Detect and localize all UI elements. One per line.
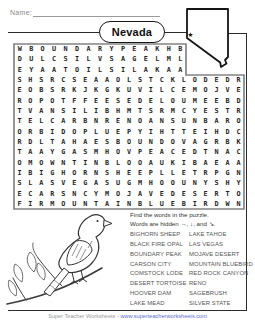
grid-cell[interactable]: E: [178, 168, 189, 178]
grid-cell[interactable]: N: [47, 106, 58, 116]
grid-cell[interactable]: C: [167, 147, 178, 157]
grid-cell[interactable]: A: [91, 75, 102, 85]
grid-cell[interactable]: T: [58, 96, 69, 106]
grid-cell[interactable]: L: [94, 65, 105, 75]
grid-cell[interactable]: M: [102, 188, 113, 198]
grid-cell[interactable]: L: [156, 168, 167, 178]
grid-cell[interactable]: D: [189, 147, 200, 157]
grid-cell[interactable]: P: [145, 168, 156, 178]
grid-cell[interactable]: H: [163, 44, 174, 54]
grid-cell[interactable]: V: [178, 137, 189, 147]
grid-cell[interactable]: R: [14, 137, 25, 147]
grid-cell[interactable]: B: [178, 199, 189, 209]
grid-cell[interactable]: K: [113, 85, 124, 95]
grid-cell[interactable]: E: [113, 116, 124, 126]
grid-cell[interactable]: C: [233, 127, 244, 137]
grid-cell[interactable]: T: [14, 147, 25, 157]
grid-cell[interactable]: L: [83, 54, 94, 64]
grid-cell[interactable]: H: [156, 127, 167, 137]
grid-cell[interactable]: U: [156, 199, 167, 209]
grid-cell[interactable]: K: [233, 137, 244, 147]
grid-cell[interactable]: N: [145, 137, 156, 147]
grid-cell[interactable]: A: [222, 147, 233, 157]
grid-cell[interactable]: E: [200, 96, 211, 106]
grid-cell[interactable]: G: [200, 137, 211, 147]
grid-cell[interactable]: Y: [25, 65, 36, 75]
grid-cell[interactable]: A: [163, 65, 174, 75]
grid-cell[interactable]: L: [25, 178, 36, 188]
name-input-line[interactable]: [33, 16, 160, 17]
grid-cell[interactable]: I: [189, 199, 200, 209]
grid-cell[interactable]: N: [189, 116, 200, 126]
grid-cell[interactable]: D: [222, 75, 233, 85]
grid-cell[interactable]: E: [156, 188, 167, 198]
grid-cell[interactable]: L: [37, 54, 48, 64]
grid-cell[interactable]: I: [83, 65, 94, 75]
grid-cell[interactable]: B: [222, 96, 233, 106]
grid-cell[interactable]: A: [69, 147, 80, 157]
grid-cell[interactable]: E: [91, 137, 102, 147]
grid-cell[interactable]: L: [152, 54, 163, 64]
grid-cell[interactable]: O: [156, 178, 167, 188]
grid-cell[interactable]: K: [167, 157, 178, 167]
grid-cell[interactable]: D: [14, 54, 25, 64]
grid-cell[interactable]: B: [113, 137, 124, 147]
grid-cell[interactable]: G: [129, 54, 140, 64]
grid-cell[interactable]: T: [69, 157, 80, 167]
grid-cell[interactable]: A: [36, 147, 47, 157]
word-search-grid-upper[interactable]: WBOUNDARYPEAKHBDULCSILVSAGELMLEYAATOILSI…: [14, 44, 186, 75]
grid-cell[interactable]: I: [69, 106, 80, 116]
grid-cell[interactable]: E: [233, 85, 244, 95]
grid-cell[interactable]: L: [113, 157, 124, 167]
grid-cell[interactable]: N: [91, 168, 102, 178]
grid-cell[interactable]: E: [167, 199, 178, 209]
grid-cell[interactable]: I: [145, 127, 156, 137]
grid-cell[interactable]: A: [140, 44, 151, 54]
grid-cell[interactable]: E: [124, 168, 135, 178]
grid-cell[interactable]: M: [189, 85, 200, 95]
grid-cell[interactable]: G: [58, 147, 69, 157]
grid-cell[interactable]: O: [200, 85, 211, 95]
grid-cell[interactable]: O: [134, 116, 145, 126]
grid-cell[interactable]: R: [233, 75, 244, 85]
word-search-grid-lower[interactable]: SHSRCSEAAOLSTCKLODEDREOBSRKJKGKUVILCEMOJ…: [14, 75, 244, 209]
grid-cell[interactable]: L: [156, 96, 167, 106]
grid-cell[interactable]: A: [211, 116, 222, 126]
grid-cell[interactable]: I: [80, 157, 91, 167]
grid-cell[interactable]: U: [102, 127, 113, 137]
grid-cell[interactable]: S: [14, 178, 25, 188]
grid-cell[interactable]: T: [14, 116, 25, 126]
grid-cell[interactable]: U: [25, 54, 36, 64]
grid-cell[interactable]: H: [25, 75, 36, 85]
grid-cell[interactable]: A: [80, 137, 91, 147]
grid-cell[interactable]: O: [189, 75, 200, 85]
grid-cell[interactable]: L: [36, 116, 47, 126]
grid-cell[interactable]: T: [222, 106, 233, 116]
grid-cell[interactable]: O: [167, 178, 178, 188]
grid-cell[interactable]: O: [233, 188, 244, 198]
grid-cell[interactable]: N: [233, 168, 244, 178]
grid-cell[interactable]: K: [152, 65, 163, 75]
grid-cell[interactable]: G: [47, 168, 58, 178]
grid-cell[interactable]: B: [80, 116, 91, 126]
grid-cell[interactable]: C: [80, 188, 91, 198]
grid-cell[interactable]: A: [48, 65, 59, 75]
grid-cell[interactable]: S: [58, 106, 69, 116]
grid-cell[interactable]: E: [113, 127, 124, 137]
grid-cell[interactable]: F: [80, 96, 91, 106]
grid-cell[interactable]: E: [134, 168, 145, 178]
grid-cell[interactable]: M: [25, 157, 36, 167]
grid-cell[interactable]: S: [102, 178, 113, 188]
grid-cell[interactable]: D: [233, 96, 244, 106]
grid-cell[interactable]: C: [233, 147, 244, 157]
grid-cell[interactable]: M: [167, 106, 178, 116]
grid-cell[interactable]: Y: [189, 106, 200, 116]
grid-cell[interactable]: N: [124, 116, 135, 126]
grid-cell[interactable]: M: [124, 106, 135, 116]
grid-cell[interactable]: K: [152, 44, 163, 54]
grid-cell[interactable]: B: [200, 116, 211, 126]
grid-cell[interactable]: E: [178, 188, 189, 198]
grid-cell[interactable]: R: [80, 168, 91, 178]
grid-cell[interactable]: J: [211, 85, 222, 95]
grid-cell[interactable]: C: [25, 188, 36, 198]
grid-cell[interactable]: A: [233, 157, 244, 167]
grid-cell[interactable]: D: [25, 137, 36, 147]
grid-cell[interactable]: H: [113, 168, 124, 178]
grid-cell[interactable]: B: [222, 137, 233, 147]
grid-cell[interactable]: S: [80, 147, 91, 157]
grid-cell[interactable]: H: [69, 137, 80, 147]
grid-cell[interactable]: N: [60, 44, 71, 54]
grid-cell[interactable]: P: [36, 96, 47, 106]
grid-cell[interactable]: A: [156, 147, 167, 157]
grid-cell[interactable]: H: [211, 127, 222, 137]
grid-cell[interactable]: E: [211, 75, 222, 85]
grid-cell[interactable]: R: [94, 44, 105, 54]
grid-cell[interactable]: S: [145, 106, 156, 116]
grid-cell[interactable]: L: [91, 127, 102, 137]
grid-cell[interactable]: H: [145, 178, 156, 188]
grid-cell[interactable]: M: [189, 96, 200, 106]
grid-cell[interactable]: P: [80, 127, 91, 137]
grid-cell[interactable]: Y: [233, 178, 244, 188]
grid-cell[interactable]: S: [106, 65, 117, 75]
grid-cell[interactable]: I: [178, 157, 189, 167]
grid-cell[interactable]: U: [113, 178, 124, 188]
grid-cell[interactable]: U: [48, 44, 59, 54]
grid-cell[interactable]: B: [25, 168, 36, 178]
grid-cell[interactable]: U: [124, 85, 135, 95]
grid-cell[interactable]: V: [222, 85, 233, 95]
grid-cell[interactable]: R: [47, 75, 58, 85]
grid-cell[interactable]: A: [58, 137, 69, 147]
grid-cell[interactable]: L: [167, 168, 178, 178]
grid-cell[interactable]: A: [58, 116, 69, 126]
grid-cell[interactable]: R: [69, 116, 80, 126]
grid-cell[interactable]: E: [211, 157, 222, 167]
grid-cell[interactable]: W: [222, 199, 233, 209]
grid-cell[interactable]: F: [69, 96, 80, 106]
grid-cell[interactable]: E: [211, 96, 222, 106]
grid-cell[interactable]: T: [178, 127, 189, 137]
grid-cell[interactable]: J: [80, 85, 91, 95]
grid-cell[interactable]: N: [233, 199, 244, 209]
grid-cell[interactable]: R: [14, 96, 25, 106]
grid-cell[interactable]: S: [106, 54, 117, 64]
grid-cell[interactable]: B: [25, 44, 36, 54]
grid-cell[interactable]: T: [14, 106, 25, 116]
grid-cell[interactable]: S: [47, 85, 58, 95]
grid-cell[interactable]: S: [102, 168, 113, 178]
grid-cell[interactable]: U: [134, 137, 145, 147]
grid-cell[interactable]: O: [14, 127, 25, 137]
grid-cell[interactable]: P: [124, 127, 135, 137]
grid-cell[interactable]: A: [91, 178, 102, 188]
grid-cell[interactable]: O: [47, 96, 58, 106]
grid-cell[interactable]: C: [58, 75, 69, 85]
grid-cell[interactable]: D: [156, 137, 167, 147]
grid-cell[interactable]: D: [200, 75, 211, 85]
grid-cell[interactable]: O: [113, 188, 124, 198]
grid-cell[interactable]: N: [91, 157, 102, 167]
grid-cell[interactable]: V: [145, 188, 156, 198]
grid-cell[interactable]: E: [124, 96, 135, 106]
grid-cell[interactable]: S: [47, 178, 58, 188]
grid-cell[interactable]: R: [233, 106, 244, 116]
grid-cell[interactable]: N: [156, 116, 167, 126]
grid-cell[interactable]: R: [102, 116, 113, 126]
grid-cell[interactable]: A: [189, 137, 200, 147]
grid-cell[interactable]: B: [36, 127, 47, 137]
grid-cell[interactable]: Y: [91, 188, 102, 198]
grid-cell[interactable]: A: [134, 188, 145, 198]
grid-cell[interactable]: O: [124, 137, 135, 147]
grid-cell[interactable]: S: [167, 116, 178, 126]
grid-cell[interactable]: E: [145, 147, 156, 157]
grid-cell[interactable]: E: [200, 106, 211, 116]
grid-cell[interactable]: A: [25, 147, 36, 157]
grid-cell[interactable]: R: [156, 106, 167, 116]
grid-cell[interactable]: H: [222, 178, 233, 188]
grid-cell[interactable]: E: [14, 188, 25, 198]
grid-cell[interactable]: A: [36, 106, 47, 116]
grid-cell[interactable]: I: [14, 168, 25, 178]
grid-cell[interactable]: A: [37, 65, 48, 75]
grid-cell[interactable]: Y: [200, 178, 211, 188]
grid-cell[interactable]: B: [102, 106, 113, 116]
grid-cell[interactable]: L: [80, 106, 91, 116]
grid-cell[interactable]: U: [178, 116, 189, 126]
grid-cell[interactable]: E: [14, 65, 25, 75]
grid-cell[interactable]: L: [129, 65, 140, 75]
grid-cell[interactable]: G: [124, 178, 135, 188]
grid-cell[interactable]: E: [129, 44, 140, 54]
grid-cell[interactable]: K: [91, 85, 102, 95]
grid-cell[interactable]: E: [140, 54, 151, 64]
grid-cell[interactable]: S: [60, 54, 71, 64]
grid-cell[interactable]: Y: [134, 127, 145, 137]
grid-cell[interactable]: O: [69, 127, 80, 137]
grid-cell[interactable]: E: [69, 178, 80, 188]
grid-cell[interactable]: E: [189, 127, 200, 137]
grid-cell[interactable]: O: [113, 75, 124, 85]
grid-cell[interactable]: A: [222, 157, 233, 167]
grid-cell[interactable]: A: [200, 157, 211, 167]
grid-cell[interactable]: I: [47, 127, 58, 137]
grid-cell[interactable]: V: [134, 85, 145, 95]
grid-cell[interactable]: A: [36, 188, 47, 198]
grid-cell[interactable]: O: [36, 157, 47, 167]
grid-cell[interactable]: O: [167, 96, 178, 106]
grid-cell[interactable]: L: [156, 85, 167, 95]
grid-cell[interactable]: L: [145, 199, 156, 209]
grid-cell[interactable]: C: [48, 54, 59, 64]
grid-cell[interactable]: J: [124, 188, 135, 198]
grid-cell[interactable]: M: [163, 54, 174, 64]
grid-cell[interactable]: E: [102, 96, 113, 106]
grid-cell[interactable]: I: [200, 127, 211, 137]
grid-cell[interactable]: C: [167, 85, 178, 95]
grid-cell[interactable]: B: [189, 157, 200, 167]
grid-cell[interactable]: I: [36, 168, 47, 178]
grid-cell[interactable]: H: [102, 147, 113, 157]
grid-cell[interactable]: C: [178, 106, 189, 116]
grid-cell[interactable]: Y: [106, 44, 117, 54]
grid-cell[interactable]: D: [71, 44, 82, 54]
grid-cell[interactable]: Y: [47, 147, 58, 157]
grid-cell[interactable]: K: [167, 75, 178, 85]
grid-cell[interactable]: D: [58, 127, 69, 137]
grid-cell[interactable]: S: [69, 75, 80, 85]
grid-cell[interactable]: R: [211, 188, 222, 198]
grid-cell[interactable]: W: [47, 157, 58, 167]
grid-cell[interactable]: T: [134, 106, 145, 116]
grid-cell[interactable]: I: [145, 85, 156, 95]
grid-cell[interactable]: M: [91, 147, 102, 157]
grid-cell[interactable]: O: [69, 168, 80, 178]
grid-cell[interactable]: O: [25, 85, 36, 95]
grid-cell[interactable]: K: [69, 85, 80, 95]
grid-cell[interactable]: D: [211, 199, 222, 209]
grid-cell[interactable]: L: [36, 137, 47, 147]
grid-cell[interactable]: S: [36, 75, 47, 85]
grid-cell[interactable]: E: [14, 85, 25, 95]
grid-cell[interactable]: N: [189, 178, 200, 188]
grid-cell[interactable]: E: [80, 75, 91, 85]
grid-cell[interactable]: E: [200, 188, 211, 198]
grid-cell[interactable]: S: [211, 106, 222, 116]
grid-cell[interactable]: O: [134, 157, 145, 167]
grid-cell[interactable]: O: [233, 116, 244, 126]
grid-cell[interactable]: E: [145, 96, 156, 106]
grid-cell[interactable]: A: [140, 65, 151, 75]
grid-cell[interactable]: R: [200, 199, 211, 209]
grid-cell[interactable]: W: [14, 44, 25, 54]
grid-cell[interactable]: E: [178, 147, 189, 157]
grid-cell[interactable]: E: [178, 85, 189, 95]
grid-cell[interactable]: E: [25, 116, 36, 126]
grid-cell[interactable]: M: [134, 178, 145, 188]
grid-cell[interactable]: T: [47, 137, 58, 147]
footer-url[interactable]: www.superteacherworksheets.com: [120, 313, 206, 319]
grid-cell[interactable]: G: [222, 168, 233, 178]
grid-cell[interactable]: L: [178, 75, 189, 85]
grid-cell[interactable]: P: [117, 44, 128, 54]
grid-cell[interactable]: G: [80, 178, 91, 188]
grid-cell[interactable]: U: [156, 157, 167, 167]
grid-cell[interactable]: U: [178, 96, 189, 106]
grid-cell[interactable]: A: [145, 157, 156, 167]
grid-cell[interactable]: A: [145, 116, 156, 126]
grid-cell[interactable]: S: [189, 188, 200, 198]
grid-cell[interactable]: S: [58, 188, 69, 198]
grid-cell[interactable]: O: [113, 147, 124, 157]
grid-cell[interactable]: H: [113, 106, 124, 116]
grid-cell[interactable]: S: [134, 75, 145, 85]
grid-cell[interactable]: T: [222, 188, 233, 198]
grid-cell[interactable]: R: [47, 188, 58, 198]
grid-cell[interactable]: A: [102, 75, 113, 85]
grid-cell[interactable]: O: [25, 96, 36, 106]
grid-cell[interactable]: D: [167, 188, 178, 198]
grid-cell[interactable]: R: [211, 137, 222, 147]
grid-cell[interactable]: P: [211, 168, 222, 178]
grid-cell[interactable]: N: [91, 116, 102, 126]
grid-cell[interactable]: R: [200, 168, 211, 178]
grid-cell[interactable]: C: [47, 116, 58, 126]
grid-cell[interactable]: O: [124, 157, 135, 167]
grid-cell[interactable]: D: [222, 127, 233, 137]
grid-cell[interactable]: V: [58, 178, 69, 188]
grid-cell[interactable]: S: [211, 178, 222, 188]
grid-cell[interactable]: C: [156, 75, 167, 85]
grid-cell[interactable]: U: [178, 178, 189, 188]
grid-cell[interactable]: A: [83, 44, 94, 54]
grid-cell[interactable]: S: [102, 137, 113, 147]
grid-cell[interactable]: T: [60, 65, 71, 75]
grid-cell[interactable]: V: [94, 54, 105, 64]
grid-cell[interactable]: P: [134, 147, 145, 157]
grid-cell[interactable]: T: [200, 147, 211, 157]
grid-cell[interactable]: V: [25, 106, 36, 116]
grid-cell[interactable]: I: [91, 106, 102, 116]
grid-cell[interactable]: T: [189, 168, 200, 178]
grid-cell[interactable]: T: [167, 127, 178, 137]
grid-cell[interactable]: R: [222, 116, 233, 126]
grid-cell[interactable]: A: [36, 178, 47, 188]
grid-cell[interactable]: V: [124, 147, 135, 157]
grid-cell[interactable]: I: [71, 54, 82, 64]
grid-cell[interactable]: B: [102, 157, 113, 167]
grid-cell[interactable]: R: [25, 127, 36, 137]
grid-cell[interactable]: L: [124, 75, 135, 85]
grid-cell[interactable]: H: [58, 168, 69, 178]
grid-cell[interactable]: N: [58, 157, 69, 167]
grid-cell[interactable]: I: [117, 65, 128, 75]
grid-cell[interactable]: T: [145, 75, 156, 85]
grid-cell[interactable]: S: [113, 96, 124, 106]
grid-cell[interactable]: B: [134, 199, 145, 209]
grid-cell[interactable]: B: [36, 85, 47, 95]
grid-cell[interactable]: G: [102, 85, 113, 95]
grid-cell[interactable]: E: [91, 96, 102, 106]
grid-cell[interactable]: O: [167, 137, 178, 147]
grid-cell[interactable]: D: [134, 96, 145, 106]
